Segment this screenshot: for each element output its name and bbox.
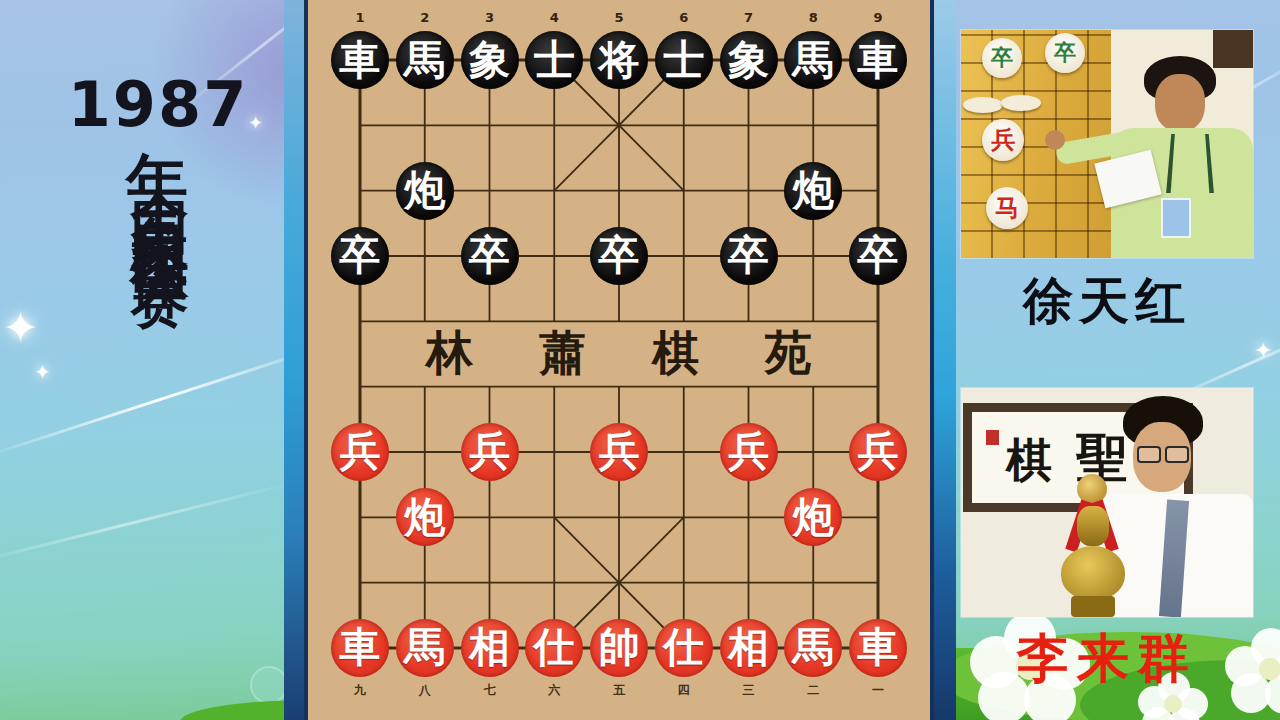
piece-車-file9-rank10[interactable]: 車	[849, 619, 907, 677]
piece-馬-file2-rank1[interactable]: 馬	[396, 31, 454, 89]
file-label-bottom-3: 七	[477, 682, 503, 699]
piece-炮-file8-rank8[interactable]: 炮	[784, 488, 842, 546]
trophy-base	[1071, 596, 1115, 617]
sparkle-star: ✦	[1254, 340, 1272, 362]
demo-piece: 卒	[982, 38, 1022, 78]
sparkle-star: ✦	[2, 306, 39, 350]
piece-炮-file2-rank3[interactable]: 炮	[396, 162, 454, 220]
board-right-edge-band	[934, 0, 956, 720]
piece-馬-file8-rank10[interactable]: 馬	[784, 619, 842, 677]
player-name-bottom: 李来群	[955, 624, 1259, 694]
piece-卒-file9-rank4[interactable]: 卒	[849, 227, 907, 285]
piece-象-file3-rank1[interactable]: 象	[461, 31, 519, 89]
piece-兵-file3-rank7[interactable]: 兵	[461, 423, 519, 481]
piece-馬-file8-rank1[interactable]: 馬	[784, 31, 842, 89]
file-label-top-2: 2	[412, 10, 438, 25]
photo-xu-tianhong: 卒 卒 兵 马	[961, 30, 1253, 258]
piece-車-file1-rank10[interactable]: 車	[331, 619, 389, 677]
piece-帥-file5-rank10[interactable]: 帥	[590, 619, 648, 677]
file-label-top-5: 5	[606, 10, 632, 25]
photo-li-laiqun: 棋 聖	[961, 388, 1253, 617]
title-event-vertical: 全国象棋团体赛	[124, 142, 196, 672]
trophy-stem	[1077, 506, 1109, 546]
video-frame: ✦ ✦ ✦ ✦ 1987年 全国象棋团体赛	[0, 0, 1280, 720]
bokeh-circle	[250, 666, 288, 704]
demo-piece-edge	[963, 97, 1003, 113]
file-label-bottom-8: 二	[800, 682, 826, 699]
piece-相-file3-rank10[interactable]: 相	[461, 619, 519, 677]
file-label-bottom-7: 三	[736, 682, 762, 699]
piece-兵-file5-rank7[interactable]: 兵	[590, 423, 648, 481]
piece-炮-file2-rank8[interactable]: 炮	[396, 488, 454, 546]
seal-stamp	[986, 430, 999, 445]
piece-象-file7-rank1[interactable]: 象	[720, 31, 778, 89]
demo-piece: 兵	[982, 119, 1024, 161]
file-label-top-3: 3	[477, 10, 503, 25]
board-left-edge-band	[284, 0, 306, 720]
piece-仕-file4-rank10[interactable]: 仕	[525, 619, 583, 677]
file-label-top-6: 6	[671, 10, 697, 25]
piece-仕-file6-rank10[interactable]: 仕	[655, 619, 713, 677]
demo-piece: 卒	[1045, 33, 1085, 73]
file-label-top-4: 4	[541, 10, 567, 25]
file-label-top-9: 9	[865, 10, 891, 25]
river-watermark: 林 蕭 棋 苑	[360, 322, 878, 384]
piece-車-file9-rank1[interactable]: 車	[849, 31, 907, 89]
badge	[1161, 198, 1191, 238]
doorway-edge	[1213, 30, 1253, 68]
glasses-left-lens	[1137, 446, 1161, 463]
piece-兵-file1-rank7[interactable]: 兵	[331, 423, 389, 481]
file-label-bottom-1: 九	[347, 682, 373, 699]
piece-将-file5-rank1[interactable]: 将	[590, 31, 648, 89]
piece-卒-file1-rank4[interactable]: 卒	[331, 227, 389, 285]
lanyard	[1166, 134, 1214, 193]
piece-炮-file8-rank3[interactable]: 炮	[784, 162, 842, 220]
file-label-top-7: 7	[736, 10, 762, 25]
demo-piece: 马	[986, 187, 1028, 229]
piece-卒-file5-rank4[interactable]: 卒	[590, 227, 648, 285]
trophy-cup	[1061, 546, 1125, 600]
man-hand	[1045, 130, 1065, 150]
xiangqi-board: 林 蕭 棋 苑 123456789九八七六五四三二一 車馬象士将士象馬車炮炮卒卒…	[304, 0, 934, 720]
glasses-right-lens	[1165, 446, 1189, 463]
sparkle-star: ✦	[34, 362, 51, 382]
piece-相-file7-rank10[interactable]: 相	[720, 619, 778, 677]
piece-兵-file7-rank7[interactable]: 兵	[720, 423, 778, 481]
file-label-top-1: 1	[347, 10, 373, 25]
river-char: 苑	[765, 322, 812, 385]
piece-車-file1-rank1[interactable]: 車	[331, 31, 389, 89]
river-char: 蕭	[539, 322, 586, 385]
file-label-bottom-9: 一	[865, 682, 891, 699]
file-label-bottom-6: 四	[671, 682, 697, 699]
river-char: 棋	[652, 322, 699, 385]
piece-馬-file2-rank10[interactable]: 馬	[396, 619, 454, 677]
demo-piece-edge	[1001, 95, 1041, 111]
piece-兵-file9-rank7[interactable]: 兵	[849, 423, 907, 481]
file-label-bottom-5: 五	[606, 682, 632, 699]
piece-士-file4-rank1[interactable]: 士	[525, 31, 583, 89]
piece-卒-file3-rank4[interactable]: 卒	[461, 227, 519, 285]
calligraphy-char: 棋	[1006, 430, 1052, 492]
file-label-top-8: 8	[800, 10, 826, 25]
file-label-bottom-4: 六	[541, 682, 567, 699]
river-char: 林	[426, 322, 473, 385]
player-name-top: 徐天红	[955, 268, 1259, 335]
file-label-bottom-2: 八	[412, 682, 438, 699]
piece-卒-file7-rank4[interactable]: 卒	[720, 227, 778, 285]
piece-士-file6-rank1[interactable]: 士	[655, 31, 713, 89]
man-face	[1155, 74, 1205, 132]
